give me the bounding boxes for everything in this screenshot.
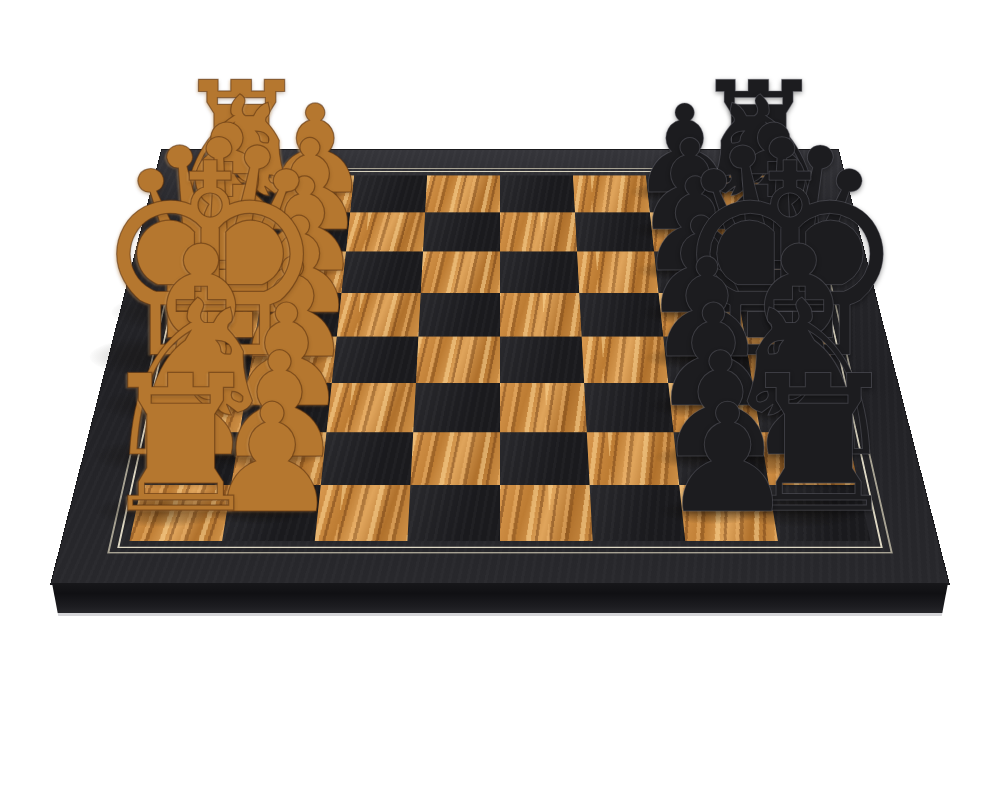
square-e4[interactable] [416,337,500,383]
board-front-edge [52,583,948,616]
square-g4[interactable] [410,432,500,485]
square-c5[interactable] [500,251,579,292]
square-b5[interactable] [500,212,577,251]
square-h4[interactable] [407,485,500,541]
square-b4[interactable] [423,212,500,251]
square-c4[interactable] [421,251,500,292]
square-f5[interactable] [500,383,587,432]
scene: ♜♟♟♜♞♟♟♞♝♟♟♝♛♟♟♛♚♟♟♚♝♟♟♝♞♟♟♞♜♟♟♜ [0,0,1000,800]
square-e5[interactable] [500,337,584,383]
square-a4[interactable] [425,175,500,212]
square-g5[interactable] [500,432,590,485]
piece-black-pawn-h7[interactable]: ♟ [660,383,795,533]
square-h5[interactable] [500,485,593,541]
square-f4[interactable] [413,383,500,432]
square-d5[interactable] [500,293,582,337]
square-d4[interactable] [418,293,500,337]
square-a5[interactable] [500,175,575,212]
piece-white-rook-h1[interactable]: ♜ [97,350,266,539]
